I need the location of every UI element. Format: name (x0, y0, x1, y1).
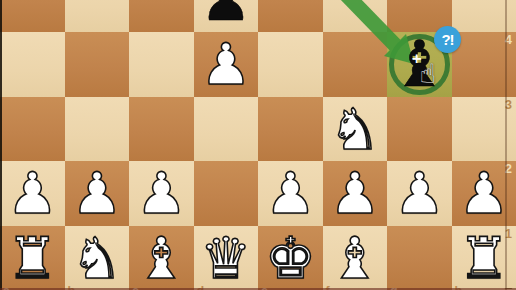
black-pawn-d5[interactable]: ♟ (194, 0, 259, 32)
square-g3[interactable] (387, 97, 452, 162)
white-pawn-g2[interactable]: ♟ (387, 161, 452, 226)
square-a5[interactable] (0, 0, 65, 32)
dubious-move-badge: ?! (434, 26, 461, 53)
square-a3[interactable] (0, 97, 65, 162)
board-right-seam (505, 0, 507, 290)
square-e3[interactable] (258, 97, 323, 162)
white-pawn-f2[interactable]: ♟ (323, 161, 388, 226)
square-b4[interactable] (65, 32, 130, 97)
white-pawn-b2[interactable]: ♟ (65, 161, 130, 226)
square-e2[interactable]: ♟ (258, 161, 323, 226)
square-e1[interactable]: ♚e (258, 226, 323, 290)
square-d1[interactable]: ♛d (194, 226, 259, 290)
square-b3[interactable] (65, 97, 130, 162)
square-g1[interactable]: g (387, 226, 452, 290)
square-c3[interactable] (129, 97, 194, 162)
square-a2[interactable]: ♟ (0, 161, 65, 226)
hand-cursor-icon: ☝ (419, 59, 435, 86)
square-d3[interactable] (194, 97, 259, 162)
square-f4[interactable] (323, 32, 388, 97)
square-f3[interactable]: ♞ (323, 97, 388, 162)
square-c5[interactable] (129, 0, 194, 32)
board-left-edge (0, 0, 2, 290)
white-bishop-f1[interactable]: ♝ (323, 226, 388, 290)
square-b2[interactable]: ♟ (65, 161, 130, 226)
square-e4[interactable] (258, 32, 323, 97)
chessboard: ♟♟♝+☝4♞3♟♟♟♟♟♟♟2♜a♞b♝c♛d♚e♝fg♜h1 ?! (0, 0, 516, 290)
square-d2[interactable] (194, 161, 259, 226)
square-c2[interactable]: ♟ (129, 161, 194, 226)
square-d5[interactable]: ♟ (194, 0, 259, 32)
square-g2[interactable]: ♟ (387, 161, 452, 226)
white-king-e1[interactable]: ♚ (258, 226, 323, 290)
square-a1[interactable]: ♜a (0, 226, 65, 290)
white-rook-a1[interactable]: ♜ (0, 226, 65, 290)
white-pawn-e2[interactable]: ♟ (258, 161, 323, 226)
square-c4[interactable] (129, 32, 194, 97)
white-pawn-a2[interactable]: ♟ (0, 161, 65, 226)
square-e5[interactable] (258, 0, 323, 32)
white-bishop-c1[interactable]: ♝ (129, 226, 194, 290)
square-c1[interactable]: ♝c (129, 226, 194, 290)
white-pawn-d4[interactable]: ♟ (194, 32, 259, 97)
square-f5[interactable] (323, 0, 388, 32)
white-knight-f3[interactable]: ♞ (323, 97, 388, 162)
square-f2[interactable]: ♟ (323, 161, 388, 226)
white-knight-b1[interactable]: ♞ (65, 226, 130, 290)
white-pawn-c2[interactable]: ♟ (129, 161, 194, 226)
square-b5[interactable] (65, 0, 130, 32)
square-d4[interactable]: ♟ (194, 32, 259, 97)
square-b1[interactable]: ♞b (65, 226, 130, 290)
square-f1[interactable]: ♝f (323, 226, 388, 290)
white-queen-d1[interactable]: ♛ (194, 226, 259, 290)
square-a4[interactable] (0, 32, 65, 97)
